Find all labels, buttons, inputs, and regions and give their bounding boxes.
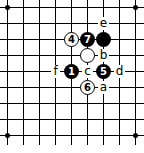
point-label-c: c (82, 65, 93, 78)
point-label-f: f (51, 65, 59, 78)
board-point-r4c2 (16, 48, 32, 64)
board-point-r9c4 (48, 128, 64, 144)
board-point-r8c9 (128, 112, 144, 128)
board-point-r6c1 (0, 80, 16, 96)
board-point-r2c5 (64, 16, 80, 32)
board-point-r5c9 (128, 64, 144, 80)
board-point-r7c4 (48, 96, 64, 112)
board-point-r5c4: f (48, 64, 64, 80)
board-point-r1c4 (48, 0, 64, 16)
board-point-r9c2 (16, 128, 32, 144)
board-point-r9c7 (96, 128, 112, 144)
white-stone (80, 48, 95, 63)
board-point-r9c6 (80, 128, 96, 144)
board-point-r3c6: 7 (80, 32, 96, 48)
board-point-r6c2 (16, 80, 32, 96)
board-point-r8c2 (16, 112, 32, 128)
board-point-r7c5 (64, 96, 80, 112)
board-point-r5c1 (0, 64, 16, 80)
board-point-r7c6 (80, 96, 96, 112)
star-point (5, 5, 10, 10)
board-point-r8c1 (0, 112, 16, 128)
board-point-r2c4 (48, 16, 64, 32)
board-point-r3c7 (96, 32, 112, 48)
board-point-r9c9 (128, 128, 144, 144)
board-point-r5c8: d (112, 64, 128, 80)
board-point-r8c6 (80, 112, 96, 128)
board-point-r7c9 (128, 96, 144, 112)
board-point-r3c3 (32, 32, 48, 48)
board-point-r4c9 (128, 48, 144, 64)
board-point-r6c9 (128, 80, 144, 96)
board-point-r8c5 (64, 112, 80, 128)
board-point-r1c5 (64, 0, 80, 16)
board-point-r8c3 (32, 112, 48, 128)
board-point-r8c8 (112, 112, 128, 128)
star-point (133, 5, 138, 10)
point-label-e: e (98, 17, 109, 30)
white-stone-4: 4 (64, 32, 79, 47)
board-point-r2c7: e (96, 16, 112, 32)
black-stone (96, 32, 111, 47)
star-point (5, 133, 10, 138)
board-point-r3c4 (48, 32, 64, 48)
board-point-r1c3 (32, 0, 48, 16)
board-point-r2c9 (128, 16, 144, 32)
board-point-r8c7 (96, 112, 112, 128)
board-point-r2c1 (0, 16, 16, 32)
point-label-b: b (98, 49, 110, 62)
board-point-r6c4 (48, 80, 64, 96)
board-point-r9c5 (64, 128, 80, 144)
board-point-r1c8 (112, 0, 128, 16)
board-point-r9c8 (112, 128, 128, 144)
board-point-r6c3 (32, 80, 48, 96)
board-point-r1c1 (0, 0, 16, 16)
board-point-r7c2 (16, 96, 32, 112)
board-point-r2c6 (80, 16, 96, 32)
black-stone-7: 7 (80, 32, 95, 47)
board-point-r1c2 (16, 0, 32, 16)
go-board-grid: e47bf1c5d6a (0, 0, 144, 144)
board-point-r6c6: 6 (80, 80, 96, 96)
board-point-r1c7 (96, 0, 112, 16)
board-point-r6c7: a (96, 80, 112, 96)
board-point-r8c4 (48, 112, 64, 128)
board-point-r3c1 (0, 32, 16, 48)
board-point-r4c5 (64, 48, 80, 64)
board-point-r2c3 (32, 16, 48, 32)
board-point-r3c2 (16, 32, 32, 48)
board-point-r5c7: 5 (96, 64, 112, 80)
board-point-r3c8 (112, 32, 128, 48)
board-point-r9c3 (32, 128, 48, 144)
board-point-r3c5: 4 (64, 32, 80, 48)
board-point-r3c9 (128, 32, 144, 48)
point-label-d: d (114, 65, 126, 78)
board-point-r4c8 (112, 48, 128, 64)
board-point-r6c8 (112, 80, 128, 96)
star-point (133, 133, 138, 138)
board-point-r7c3 (32, 96, 48, 112)
board-point-r9c1 (0, 128, 16, 144)
black-stone-5: 5 (96, 64, 111, 79)
black-stone-1: 1 (64, 64, 79, 79)
board-point-r4c4 (48, 48, 64, 64)
board-point-r6c5 (64, 80, 80, 96)
board-point-r5c6: c (80, 64, 96, 80)
point-label-a: a (98, 81, 109, 94)
board-point-r5c3 (32, 64, 48, 80)
board-point-r1c6 (80, 0, 96, 16)
board-point-r4c3 (32, 48, 48, 64)
board-point-r7c7 (96, 96, 112, 112)
go-diagram: e47bf1c5d6a (0, 0, 144, 153)
board-point-r4c6 (80, 48, 96, 64)
board-point-r7c8 (112, 96, 128, 112)
board-point-r2c8 (112, 16, 128, 32)
white-stone-6: 6 (80, 80, 95, 95)
board-point-r7c1 (0, 96, 16, 112)
board-point-r1c9 (128, 0, 144, 16)
board-point-r5c5: 1 (64, 64, 80, 80)
board-point-r4c7: b (96, 48, 112, 64)
board-point-r2c2 (16, 16, 32, 32)
board-point-r4c1 (0, 48, 16, 64)
board-point-r5c2 (16, 64, 32, 80)
